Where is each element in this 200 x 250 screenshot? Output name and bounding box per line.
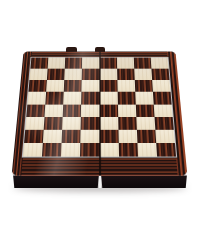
square: [154, 104, 173, 117]
square: [44, 117, 63, 130]
square: [28, 80, 47, 92]
square: [100, 58, 117, 69]
square: [117, 58, 135, 69]
square: [151, 69, 169, 80]
square: [156, 143, 176, 157]
square: [29, 69, 47, 80]
square: [136, 117, 155, 130]
square: [45, 92, 64, 104]
folding-seam: [98, 51, 100, 175]
square: [135, 80, 153, 92]
square: [134, 69, 152, 80]
square: [134, 58, 152, 69]
square: [63, 104, 82, 117]
square: [46, 80, 64, 92]
box-side-right: [101, 174, 187, 188]
square: [80, 143, 99, 157]
square: [152, 80, 171, 92]
square: [100, 69, 118, 80]
square: [154, 117, 173, 130]
square: [118, 104, 137, 117]
square: [81, 130, 100, 143]
square: [82, 69, 100, 80]
square: [100, 92, 118, 104]
square: [26, 104, 45, 117]
square: [42, 143, 62, 157]
square: [151, 58, 169, 69]
square: [63, 92, 81, 104]
square: [81, 92, 99, 104]
square: [27, 92, 46, 104]
square: [100, 143, 119, 157]
square: [100, 104, 118, 117]
square: [62, 117, 81, 130]
square: [81, 104, 99, 117]
square: [118, 130, 137, 143]
square: [117, 80, 135, 92]
square: [155, 130, 175, 143]
square: [47, 69, 65, 80]
square: [61, 143, 80, 157]
square: [136, 104, 155, 117]
square: [82, 80, 100, 92]
square: [137, 130, 156, 143]
square: [48, 58, 66, 69]
square: [23, 143, 43, 157]
square: [117, 69, 135, 80]
square: [64, 69, 82, 80]
square: [118, 117, 137, 130]
chess-board: [12, 51, 188, 175]
square: [153, 92, 172, 104]
square: [100, 117, 119, 130]
square: [62, 130, 81, 143]
box-side-left: [13, 174, 99, 188]
square: [118, 143, 137, 157]
square: [117, 92, 135, 104]
square: [81, 117, 100, 130]
square: [65, 58, 83, 69]
square: [100, 130, 119, 143]
box-seam-gap: [99, 174, 101, 188]
square: [30, 58, 48, 69]
square: [137, 143, 157, 157]
product-photo: [0, 0, 200, 250]
square: [64, 80, 82, 92]
square: [82, 58, 99, 69]
square: [100, 80, 118, 92]
square: [24, 130, 44, 143]
square: [25, 117, 44, 130]
square: [43, 130, 62, 143]
square: [45, 104, 64, 117]
square: [135, 92, 154, 104]
